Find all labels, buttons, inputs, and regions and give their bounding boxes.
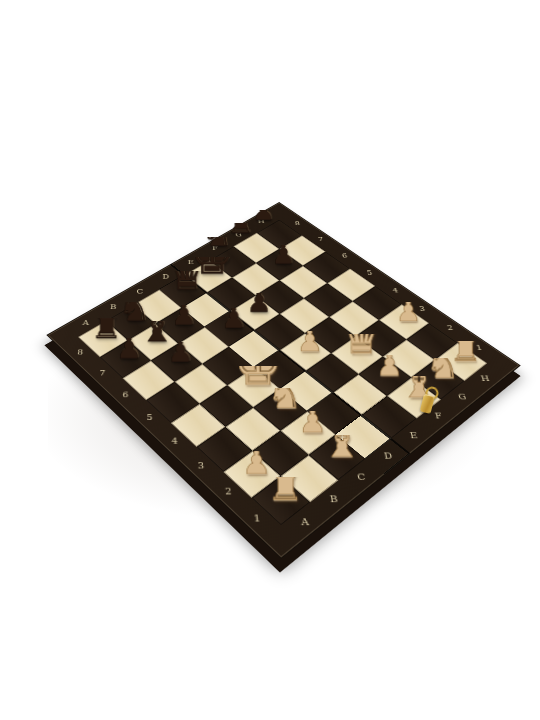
coordinate-label: D xyxy=(366,446,410,466)
coordinate-label: 7 xyxy=(90,359,114,387)
coordinate-label: A xyxy=(283,511,328,533)
coordinate-label: 8 xyxy=(286,213,309,233)
coordinate-label: E xyxy=(392,426,436,445)
coordinate-label: B xyxy=(312,489,357,510)
board-scene: ABCDEF♞G♜H♟8♜♞♛♚87♟♝♟♟76♟♟♟6554♚♟43♞♛♟32… xyxy=(114,184,446,516)
coordinate-label: 5 xyxy=(357,262,383,285)
coordinate-label: 4 xyxy=(382,279,409,303)
chess-set-photo: ABCDEF♞G♜H♟8♜♞♛♚87♟♝♟♟76♟♟♟6554♚♟43♞♛♟32… xyxy=(0,0,540,720)
clasp-bar xyxy=(420,394,435,414)
coordinate-label: C xyxy=(339,467,383,488)
coordinate-label: 7 xyxy=(309,229,332,250)
coordinate-label: 8 xyxy=(68,339,92,366)
